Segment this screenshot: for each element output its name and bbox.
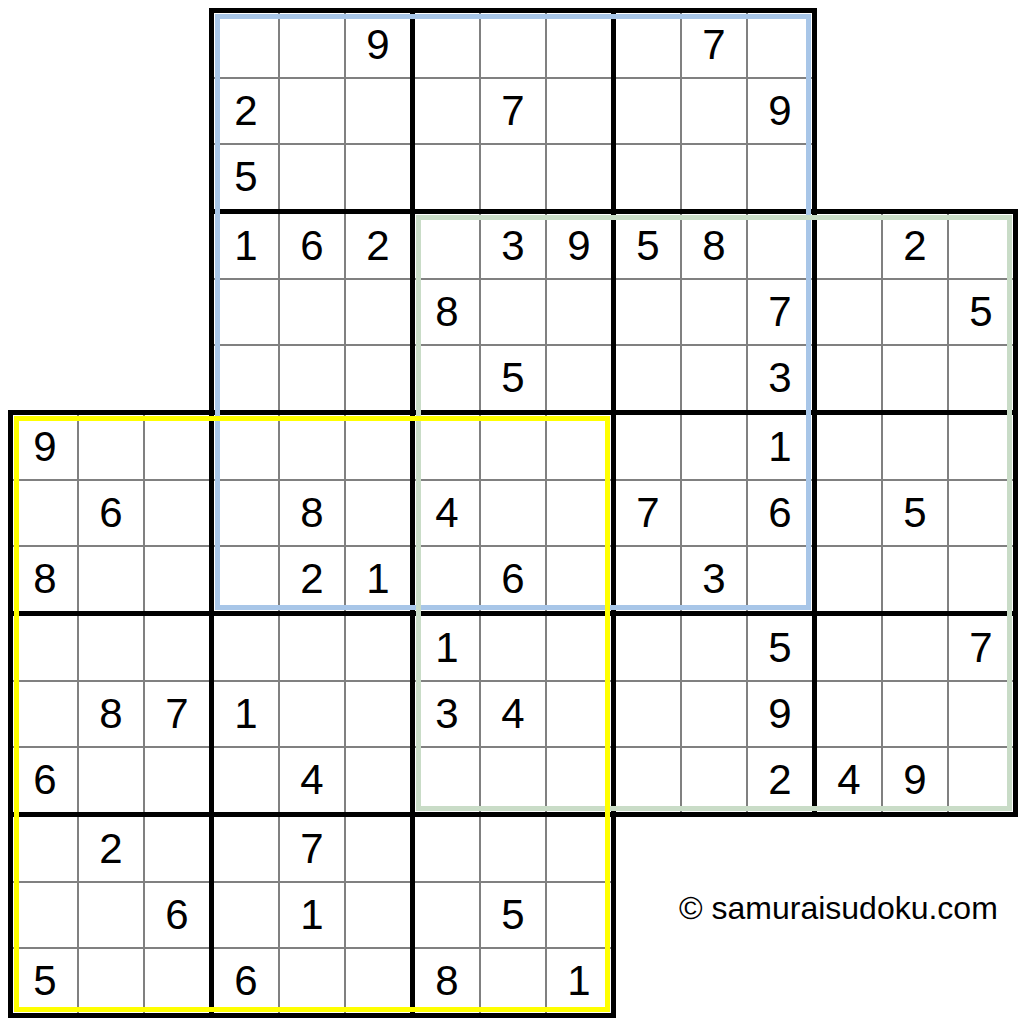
empty-cell-r13c1[interactable] bbox=[13, 817, 77, 881]
given-cell-r9c5: 2 bbox=[280, 547, 344, 611]
empty-cell-r9c10[interactable] bbox=[616, 547, 680, 611]
empty-cell-r14c7[interactable] bbox=[415, 883, 479, 947]
given-cell-r14c3: 6 bbox=[145, 883, 209, 947]
given-cell-r8c10: 7 bbox=[616, 481, 680, 545]
empty-cell-r6c5[interactable] bbox=[280, 346, 344, 410]
empty-cell-r1c4[interactable] bbox=[214, 13, 278, 77]
empty-cell-r3c12[interactable] bbox=[748, 145, 812, 209]
given-cell-r6c8: 5 bbox=[481, 346, 545, 410]
empty-cell-r8c11[interactable] bbox=[682, 481, 746, 545]
empty-cell-r1c7[interactable] bbox=[415, 13, 479, 77]
empty-cell-r10c10[interactable] bbox=[616, 616, 680, 680]
given-cell-r12c1: 6 bbox=[13, 748, 77, 812]
empty-cell-r6c7[interactable] bbox=[415, 346, 479, 410]
empty-cell-r10c11[interactable] bbox=[682, 616, 746, 680]
given-cell-r15c9: 1 bbox=[547, 949, 611, 1013]
empty-cell-r8c13[interactable] bbox=[817, 481, 881, 545]
empty-cell-r3c10[interactable] bbox=[616, 145, 680, 209]
empty-cell-r5c5[interactable] bbox=[280, 280, 344, 344]
given-cell-r11c8: 4 bbox=[481, 682, 545, 746]
empty-cell-r7c2[interactable] bbox=[79, 415, 143, 479]
given-cell-r13c2: 2 bbox=[79, 817, 143, 881]
empty-cell-r12c2[interactable] bbox=[79, 748, 143, 812]
empty-cell-r5c4[interactable] bbox=[214, 280, 278, 344]
box-r2c4: 5 bbox=[812, 410, 1018, 616]
empty-cell-r9c2[interactable] bbox=[79, 547, 143, 611]
given-cell-r11c7: 3 bbox=[415, 682, 479, 746]
empty-cell-r10c5[interactable] bbox=[280, 616, 344, 680]
given-cell-r11c2: 8 bbox=[79, 682, 143, 746]
empty-cell-r12c10[interactable] bbox=[616, 748, 680, 812]
box-r2c3: 1763 bbox=[611, 410, 817, 616]
empty-cell-r14c4[interactable] bbox=[214, 883, 278, 947]
empty-cell-r5c13[interactable] bbox=[817, 280, 881, 344]
empty-cell-r8c8[interactable] bbox=[481, 481, 545, 545]
empty-cell-r2c7[interactable] bbox=[415, 79, 479, 143]
empty-cell-r11c5[interactable] bbox=[280, 682, 344, 746]
empty-cell-r4c13[interactable] bbox=[817, 214, 881, 278]
empty-cell-r10c14[interactable] bbox=[883, 616, 947, 680]
empty-cell-r3c6[interactable] bbox=[346, 145, 410, 209]
empty-cell-r9c15[interactable] bbox=[949, 547, 1013, 611]
given-cell-r1c6: 9 bbox=[346, 13, 410, 77]
given-cell-r8c2: 6 bbox=[79, 481, 143, 545]
empty-cell-r14c1[interactable] bbox=[13, 883, 77, 947]
empty-cell-r8c15[interactable] bbox=[949, 481, 1013, 545]
given-cell-r8c12: 6 bbox=[748, 481, 812, 545]
given-cell-r4c10: 5 bbox=[616, 214, 680, 278]
given-cell-r8c5: 8 bbox=[280, 481, 344, 545]
given-cell-r13c5: 7 bbox=[280, 817, 344, 881]
empty-cell-r8c1[interactable] bbox=[13, 481, 77, 545]
empty-cell-r10c8[interactable] bbox=[481, 616, 545, 680]
empty-cell-r4c15[interactable] bbox=[949, 214, 1013, 278]
empty-cell-r14c6[interactable] bbox=[346, 883, 410, 947]
empty-cell-r11c14[interactable] bbox=[883, 682, 947, 746]
empty-cell-r1c5[interactable] bbox=[280, 13, 344, 77]
empty-cell-r6c6[interactable] bbox=[346, 346, 410, 410]
empty-cell-r2c5[interactable] bbox=[280, 79, 344, 143]
empty-cell-r3c9[interactable] bbox=[547, 145, 611, 209]
empty-cell-r13c9[interactable] bbox=[547, 817, 611, 881]
empty-cell-r11c11[interactable] bbox=[682, 682, 746, 746]
empty-cell-r1c10[interactable] bbox=[616, 13, 680, 77]
empty-cell-r14c9[interactable] bbox=[547, 883, 611, 947]
empty-cell-r7c13[interactable] bbox=[817, 415, 881, 479]
empty-cell-r14c2[interactable] bbox=[79, 883, 143, 947]
given-cell-r11c3: 7 bbox=[145, 682, 209, 746]
box-r3c2: 134 bbox=[410, 611, 616, 817]
empty-cell-r11c9[interactable] bbox=[547, 682, 611, 746]
box-r3c1: 14 bbox=[209, 611, 415, 817]
empty-cell-r10c4[interactable] bbox=[214, 616, 278, 680]
box-r4c0: 265 bbox=[8, 812, 214, 1018]
given-cell-r14c8: 5 bbox=[481, 883, 545, 947]
empty-cell-r1c8[interactable] bbox=[481, 13, 545, 77]
empty-cell-r9c4[interactable] bbox=[214, 547, 278, 611]
empty-cell-r2c6[interactable] bbox=[346, 79, 410, 143]
given-cell-r5c12: 7 bbox=[748, 280, 812, 344]
empty-cell-r7c9[interactable] bbox=[547, 415, 611, 479]
empty-cell-r11c1[interactable] bbox=[13, 682, 77, 746]
empty-cell-r11c6[interactable] bbox=[346, 682, 410, 746]
empty-cell-r15c6[interactable] bbox=[346, 949, 410, 1013]
given-cell-r12c12: 2 bbox=[748, 748, 812, 812]
empty-cell-r12c7[interactable] bbox=[415, 748, 479, 812]
given-cell-r1c11: 7 bbox=[682, 13, 746, 77]
empty-cell-r7c8[interactable] bbox=[481, 415, 545, 479]
empty-cell-r6c15[interactable] bbox=[949, 346, 1013, 410]
box-r1c1: 162 bbox=[209, 209, 415, 415]
given-cell-r15c4: 6 bbox=[214, 949, 278, 1013]
empty-cell-r12c3[interactable] bbox=[145, 748, 209, 812]
box-r4c2: 581 bbox=[410, 812, 616, 1018]
empty-cell-r3c8[interactable] bbox=[481, 145, 545, 209]
box-r0c1: 925 bbox=[209, 8, 415, 214]
empty-cell-r7c6[interactable] bbox=[346, 415, 410, 479]
box-r3c0: 876 bbox=[8, 611, 214, 817]
empty-cell-r9c14[interactable] bbox=[883, 547, 947, 611]
empty-cell-r3c11[interactable] bbox=[682, 145, 746, 209]
empty-cell-r6c13[interactable] bbox=[817, 346, 881, 410]
given-cell-r4c14: 2 bbox=[883, 214, 947, 278]
samurai-sudoku-board: © samuraisudoku.com 92577916239855873259… bbox=[0, 0, 1025, 1035]
box-r1c2: 3985 bbox=[410, 209, 616, 415]
given-cell-r12c13: 4 bbox=[817, 748, 881, 812]
empty-cell-r13c6[interactable] bbox=[346, 817, 410, 881]
empty-cell-r13c7[interactable] bbox=[415, 817, 479, 881]
given-cell-r4c9: 9 bbox=[547, 214, 611, 278]
given-cell-r12c14: 9 bbox=[883, 748, 947, 812]
empty-cell-r7c14[interactable] bbox=[883, 415, 947, 479]
given-cell-r15c7: 8 bbox=[415, 949, 479, 1013]
empty-cell-r7c7[interactable] bbox=[415, 415, 479, 479]
empty-cell-r9c9[interactable] bbox=[547, 547, 611, 611]
empty-cell-r7c11[interactable] bbox=[682, 415, 746, 479]
empty-cell-r7c4[interactable] bbox=[214, 415, 278, 479]
given-cell-r2c4: 2 bbox=[214, 79, 278, 143]
empty-cell-r12c4[interactable] bbox=[214, 748, 278, 812]
given-cell-r4c4: 1 bbox=[214, 214, 278, 278]
empty-cell-r1c9[interactable] bbox=[547, 13, 611, 77]
given-cell-r2c12: 9 bbox=[748, 79, 812, 143]
empty-cell-r2c10[interactable] bbox=[616, 79, 680, 143]
empty-cell-r11c13[interactable] bbox=[817, 682, 881, 746]
empty-cell-r6c14[interactable] bbox=[883, 346, 947, 410]
box-r3c3: 592 bbox=[611, 611, 817, 817]
empty-cell-r12c8[interactable] bbox=[481, 748, 545, 812]
empty-cell-r10c13[interactable] bbox=[817, 616, 881, 680]
given-cell-r3c4: 5 bbox=[214, 145, 278, 209]
empty-cell-r11c15[interactable] bbox=[949, 682, 1013, 746]
given-cell-r9c1: 8 bbox=[13, 547, 77, 611]
given-cell-r5c7: 8 bbox=[415, 280, 479, 344]
empty-cell-r15c8[interactable] bbox=[481, 949, 545, 1013]
box-r0c2: 7 bbox=[410, 8, 616, 214]
given-cell-r7c1: 9 bbox=[13, 415, 77, 479]
empty-cell-r9c7[interactable] bbox=[415, 547, 479, 611]
box-r3c4: 749 bbox=[812, 611, 1018, 817]
empty-cell-r6c4[interactable] bbox=[214, 346, 278, 410]
empty-cell-r8c4[interactable] bbox=[214, 481, 278, 545]
empty-cell-r7c5[interactable] bbox=[280, 415, 344, 479]
empty-cell-r13c4[interactable] bbox=[214, 817, 278, 881]
given-cell-r10c15: 7 bbox=[949, 616, 1013, 680]
empty-cell-r5c14[interactable] bbox=[883, 280, 947, 344]
empty-cell-r2c11[interactable] bbox=[682, 79, 746, 143]
empty-cell-r10c2[interactable] bbox=[79, 616, 143, 680]
given-cell-r11c4: 1 bbox=[214, 682, 278, 746]
given-cell-r9c11: 3 bbox=[682, 547, 746, 611]
empty-cell-r5c6[interactable] bbox=[346, 280, 410, 344]
given-cell-r10c12: 5 bbox=[748, 616, 812, 680]
given-cell-r5c15: 5 bbox=[949, 280, 1013, 344]
empty-cell-r10c3[interactable] bbox=[145, 616, 209, 680]
empty-cell-r5c8[interactable] bbox=[481, 280, 545, 344]
box-r1c4: 25 bbox=[812, 209, 1018, 415]
given-cell-r12c5: 4 bbox=[280, 748, 344, 812]
given-cell-r8c7: 4 bbox=[415, 481, 479, 545]
empty-cell-r9c3[interactable] bbox=[145, 547, 209, 611]
given-cell-r4c6: 2 bbox=[346, 214, 410, 278]
box-r1c3: 5873 bbox=[611, 209, 817, 415]
empty-cell-r4c12[interactable] bbox=[748, 214, 812, 278]
empty-cell-r15c5[interactable] bbox=[280, 949, 344, 1013]
empty-cell-r4c7[interactable] bbox=[415, 214, 479, 278]
given-cell-r9c6: 1 bbox=[346, 547, 410, 611]
empty-cell-r7c3[interactable] bbox=[145, 415, 209, 479]
empty-cell-r8c6[interactable] bbox=[346, 481, 410, 545]
empty-cell-r5c9[interactable] bbox=[547, 280, 611, 344]
box-r2c1: 821 bbox=[209, 410, 415, 616]
given-cell-r7c12: 1 bbox=[748, 415, 812, 479]
empty-cell-r2c9[interactable] bbox=[547, 79, 611, 143]
box-r4c1: 716 bbox=[209, 812, 415, 1018]
given-cell-r15c1: 5 bbox=[13, 949, 77, 1013]
empty-cell-r13c3[interactable] bbox=[145, 817, 209, 881]
given-cell-r4c11: 8 bbox=[682, 214, 746, 278]
empty-cell-r9c12[interactable] bbox=[748, 547, 812, 611]
given-cell-r10c7: 1 bbox=[415, 616, 479, 680]
given-cell-r14c5: 1 bbox=[280, 883, 344, 947]
empty-cell-r1c12[interactable] bbox=[748, 13, 812, 77]
given-cell-r9c8: 6 bbox=[481, 547, 545, 611]
empty-cell-r3c5[interactable] bbox=[280, 145, 344, 209]
empty-cell-r6c11[interactable] bbox=[682, 346, 746, 410]
copyright-text: © samuraisudoku.com bbox=[679, 890, 998, 927]
given-cell-r2c8: 7 bbox=[481, 79, 545, 143]
given-cell-r4c8: 3 bbox=[481, 214, 545, 278]
empty-cell-r8c3[interactable] bbox=[145, 481, 209, 545]
empty-cell-r11c10[interactable] bbox=[616, 682, 680, 746]
empty-cell-r7c15[interactable] bbox=[949, 415, 1013, 479]
empty-cell-r5c11[interactable] bbox=[682, 280, 746, 344]
empty-cell-r6c10[interactable] bbox=[616, 346, 680, 410]
empty-cell-r15c2[interactable] bbox=[79, 949, 143, 1013]
empty-cell-r12c15[interactable] bbox=[949, 748, 1013, 812]
given-cell-r11c12: 9 bbox=[748, 682, 812, 746]
empty-cell-r12c6[interactable] bbox=[346, 748, 410, 812]
empty-cell-r8c9[interactable] bbox=[547, 481, 611, 545]
given-cell-r6c12: 3 bbox=[748, 346, 812, 410]
box-r2c0: 968 bbox=[8, 410, 214, 616]
box-r2c2: 46 bbox=[410, 410, 616, 616]
given-cell-r8c14: 5 bbox=[883, 481, 947, 545]
empty-cell-r7c10[interactable] bbox=[616, 415, 680, 479]
empty-cell-r10c1[interactable] bbox=[13, 616, 77, 680]
empty-cell-r12c11[interactable] bbox=[682, 748, 746, 812]
empty-cell-r13c8[interactable] bbox=[481, 817, 545, 881]
empty-cell-r12c9[interactable] bbox=[547, 748, 611, 812]
empty-cell-r3c7[interactable] bbox=[415, 145, 479, 209]
empty-cell-r9c13[interactable] bbox=[817, 547, 881, 611]
empty-cell-r10c6[interactable] bbox=[346, 616, 410, 680]
empty-cell-r5c10[interactable] bbox=[616, 280, 680, 344]
box-r0c3: 79 bbox=[611, 8, 817, 214]
empty-cell-r10c9[interactable] bbox=[547, 616, 611, 680]
empty-cell-r6c9[interactable] bbox=[547, 346, 611, 410]
given-cell-r4c5: 6 bbox=[280, 214, 344, 278]
empty-cell-r15c3[interactable] bbox=[145, 949, 209, 1013]
